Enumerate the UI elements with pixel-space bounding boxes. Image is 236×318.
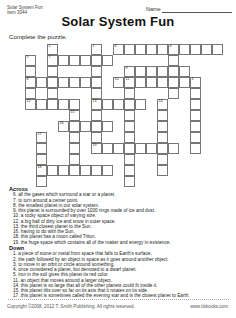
crossword-cell[interactable] xyxy=(157,121,168,132)
crossword-cell[interactable]: 1 xyxy=(91,44,102,55)
cell-number: 18 xyxy=(38,166,42,170)
worksheet-page: Solar System Fun Item 3044 Name Solar Sy… xyxy=(0,0,236,318)
crossword-cell[interactable] xyxy=(58,165,69,176)
crossword-cell[interactable] xyxy=(36,99,47,110)
crossword-cell[interactable] xyxy=(157,110,168,121)
crossword-cell[interactable] xyxy=(36,143,47,154)
crossword-cell[interactable]: 19 xyxy=(91,143,102,154)
crossword-cell[interactable] xyxy=(135,77,146,88)
cell-number: 11 xyxy=(126,78,130,82)
crossword-cell[interactable] xyxy=(157,143,168,154)
cell-number: 14 xyxy=(159,100,163,104)
crossword-cell[interactable]: 3 xyxy=(190,77,201,88)
crossword-cell[interactable] xyxy=(80,77,91,88)
crossword-cell[interactable]: 15 xyxy=(69,110,80,121)
cell-number: 7 xyxy=(49,56,51,60)
crossword-cell[interactable] xyxy=(146,143,157,154)
crossword-cell[interactable] xyxy=(36,154,47,165)
crossword-cell[interactable] xyxy=(190,132,201,143)
crossword-cell[interactable] xyxy=(124,132,135,143)
crossword-cell[interactable] xyxy=(157,44,168,55)
cell-number: 17 xyxy=(38,133,42,137)
cell-number: 9 xyxy=(126,67,128,71)
instruction-text: Complete the puzzle. xyxy=(9,33,67,40)
crossword-cell[interactable] xyxy=(91,165,102,176)
crossword-cell[interactable] xyxy=(36,77,47,88)
crossword-cell[interactable] xyxy=(91,66,102,77)
crossword-cell[interactable] xyxy=(190,88,201,99)
crossword-cell[interactable] xyxy=(146,44,157,55)
crossword-cell[interactable] xyxy=(168,88,179,99)
crossword-cell[interactable] xyxy=(69,154,80,165)
footer-divider xyxy=(8,299,229,300)
crossword-cell[interactable]: 4 xyxy=(168,44,179,55)
website-text: www.tlsbooks.com xyxy=(190,304,228,309)
cell-number: 13 xyxy=(93,100,97,104)
crossword-cell[interactable] xyxy=(157,77,168,88)
name-label: Name xyxy=(146,6,161,12)
crossword-cell[interactable] xyxy=(190,44,201,55)
crossword-cell[interactable] xyxy=(58,55,69,66)
clues-section: Across 6. all the gases which surround a… xyxy=(9,186,231,299)
crossword-cell[interactable]: 9 xyxy=(124,66,135,77)
crossword-cell[interactable] xyxy=(135,66,146,77)
crossword-cell[interactable] xyxy=(124,143,135,154)
crossword-cell[interactable] xyxy=(47,99,58,110)
crossword-cell[interactable] xyxy=(69,132,80,143)
crossword-cell[interactable] xyxy=(124,110,135,121)
cell-number: 2 xyxy=(49,45,51,49)
cell-number: 5 xyxy=(27,56,29,60)
crossword-cell[interactable] xyxy=(212,44,223,55)
cell-number: 16 xyxy=(60,122,64,126)
crossword-cell[interactable]: 8 xyxy=(25,77,36,88)
crossword-cell[interactable] xyxy=(25,66,36,77)
crossword-cell[interactable]: 5 xyxy=(25,55,36,66)
crossword-cell[interactable] xyxy=(69,143,80,154)
crossword-cell[interactable] xyxy=(146,77,157,88)
crossword-cell[interactable] xyxy=(190,143,201,154)
crossword-cell[interactable] xyxy=(124,154,135,165)
crossword-cell[interactable] xyxy=(157,66,168,77)
crossword-cell[interactable] xyxy=(69,55,80,66)
crossword-cell[interactable] xyxy=(157,165,168,176)
crossword-cell[interactable] xyxy=(80,55,91,66)
crossword-cell[interactable] xyxy=(157,132,168,143)
crossword-cell[interactable] xyxy=(80,165,91,176)
crossword-cell[interactable] xyxy=(69,121,80,132)
crossword-cell[interactable] xyxy=(168,55,179,66)
crossword-cell[interactable]: 18 xyxy=(36,165,47,176)
name-input-line[interactable] xyxy=(162,12,232,13)
page-title: Solar System Fun xyxy=(0,14,236,29)
crossword-cell[interactable] xyxy=(47,88,58,99)
crossword-cell[interactable] xyxy=(179,66,190,77)
crossword-cell[interactable] xyxy=(102,143,113,154)
crossword-cell[interactable] xyxy=(124,99,135,110)
crossword-cell[interactable] xyxy=(69,99,80,110)
crossword-cell[interactable] xyxy=(91,132,102,143)
crossword-cell[interactable] xyxy=(190,121,201,132)
crossword-cell[interactable] xyxy=(179,77,190,88)
cell-number: 6 xyxy=(115,45,117,49)
crossword-cell[interactable] xyxy=(135,143,146,154)
cell-number: 4 xyxy=(170,45,172,49)
cell-number: 10 xyxy=(115,78,119,82)
crossword-cell[interactable] xyxy=(102,121,113,132)
crossword-cell[interactable] xyxy=(47,66,58,77)
crossword-cell[interactable] xyxy=(190,99,201,110)
crossword-cell[interactable] xyxy=(91,121,102,132)
crossword-cell[interactable] xyxy=(102,99,113,110)
crossword-cell[interactable]: 2 xyxy=(47,44,58,55)
crossword-cell[interactable]: 7 xyxy=(47,55,58,66)
crossword-cell[interactable] xyxy=(179,44,190,55)
crossword-cell[interactable]: 16 xyxy=(58,121,69,132)
crossword-cell[interactable] xyxy=(58,99,69,110)
crossword-cell[interactable] xyxy=(113,99,124,110)
crossword-cell[interactable] xyxy=(168,143,179,154)
crossword-cell[interactable] xyxy=(69,77,80,88)
crossword-cell[interactable] xyxy=(25,88,36,99)
crossword-cell[interactable] xyxy=(91,110,102,121)
crossword-cell[interactable] xyxy=(113,143,124,154)
crossword-cell[interactable]: 11 xyxy=(124,77,135,88)
crossword-cell[interactable] xyxy=(91,55,102,66)
crossword-cell[interactable]: 13 xyxy=(91,99,102,110)
crossword-cell[interactable] xyxy=(102,165,113,176)
crossword-cell[interactable] xyxy=(80,121,91,132)
crossword-cell[interactable] xyxy=(124,88,135,99)
crossword-cell[interactable]: 17 xyxy=(36,132,47,143)
crossword-cell[interactable] xyxy=(102,55,113,66)
crossword-cell[interactable] xyxy=(91,77,102,88)
crossword-cell[interactable] xyxy=(69,165,80,176)
across-clue-list: 6. all the gases which surround a star o… xyxy=(9,192,231,245)
crossword-cell[interactable] xyxy=(124,44,135,55)
cell-number: 15 xyxy=(71,111,75,115)
crossword-cell[interactable]: 14 xyxy=(157,99,168,110)
crossword-cell[interactable]: 6 xyxy=(113,44,124,55)
crossword-cell[interactable]: 10 xyxy=(113,77,124,88)
crossword-cell[interactable]: 12 xyxy=(25,99,36,110)
crossword-cell[interactable] xyxy=(124,121,135,132)
crossword-cell[interactable] xyxy=(91,88,102,99)
copyright-text: Copyright ©2008, 2012 T. Smith Publishin… xyxy=(7,304,135,309)
cell-number: 1 xyxy=(93,45,95,49)
crossword-cell[interactable] xyxy=(58,77,69,88)
crossword-cell[interactable] xyxy=(168,77,179,88)
crossword-cell[interactable] xyxy=(146,66,157,77)
crossword-cell[interactable] xyxy=(47,165,58,176)
crossword-cell[interactable] xyxy=(124,165,135,176)
down-clue-list: 1. a piece of stone or metal from space … xyxy=(9,251,231,298)
cell-number: 19 xyxy=(93,144,97,148)
cell-number: 12 xyxy=(27,100,31,104)
crossword-cell[interactable] xyxy=(190,110,201,121)
clue-line: 17. this planet is sometimes called the … xyxy=(9,293,231,298)
crossword-cell[interactable] xyxy=(47,77,58,88)
cell-number: 8 xyxy=(27,78,29,82)
crossword-cell[interactable] xyxy=(135,99,146,110)
crossword-cell[interactable] xyxy=(135,44,146,55)
cell-number: 3 xyxy=(192,78,194,82)
crossword-cell[interactable] xyxy=(201,44,212,55)
crossword-cell[interactable] xyxy=(168,66,179,77)
crossword-cell[interactable] xyxy=(157,154,168,165)
